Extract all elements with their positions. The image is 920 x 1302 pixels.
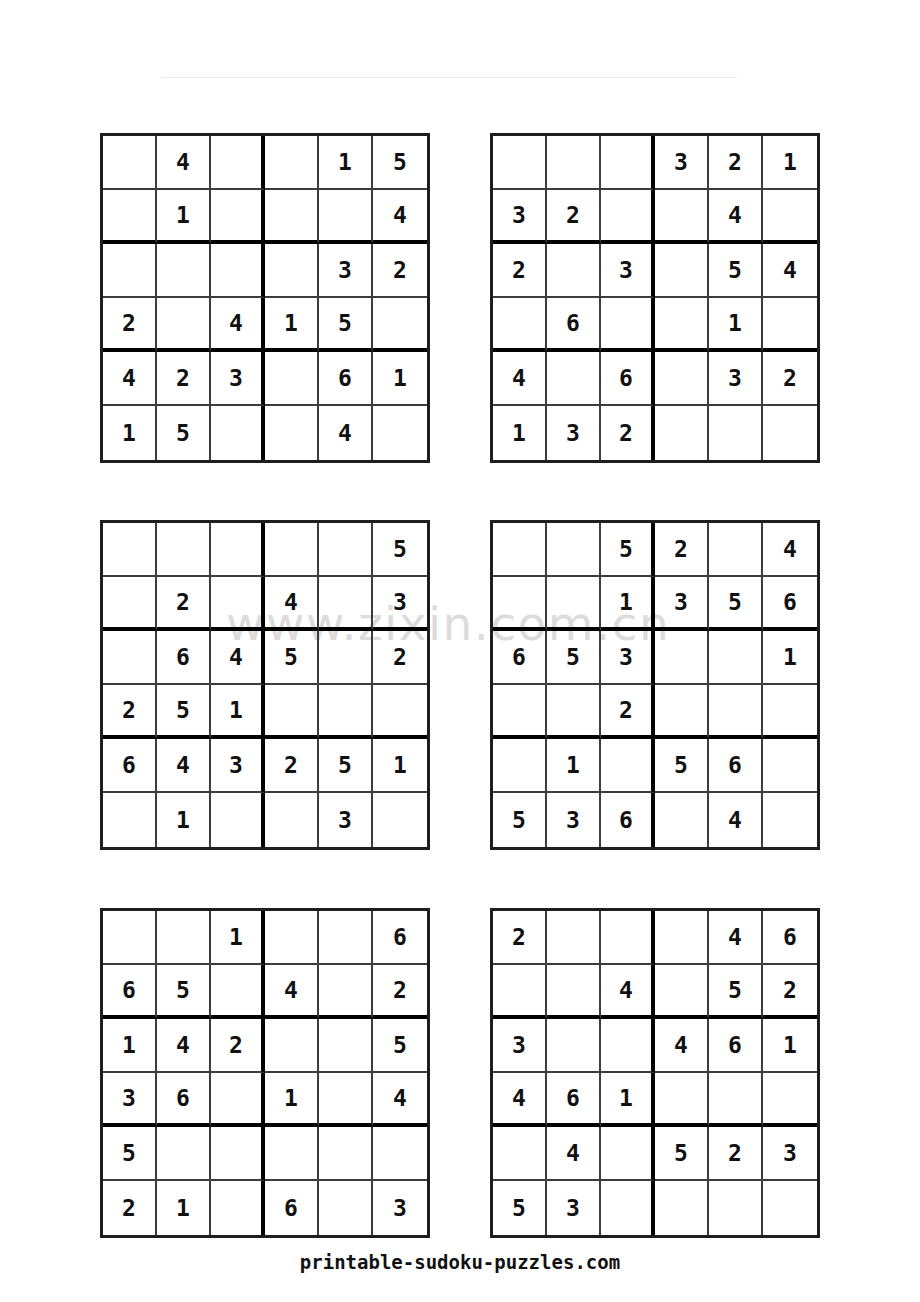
board4-cell-r5c2: 1	[547, 739, 601, 793]
board5-cell-r5c4	[265, 1127, 319, 1181]
board2-cell-r5c1: 4	[493, 352, 547, 406]
board5-cell-r3c6: 5	[373, 1019, 427, 1073]
board3-cell-r5c2: 4	[157, 739, 211, 793]
board2-cell-r2c1: 3	[493, 190, 547, 244]
board1-cell-r1c2: 4	[157, 136, 211, 190]
board4-cell-r4c3: 2	[601, 685, 655, 739]
board3-cell-r4c5	[319, 685, 373, 739]
board4-cell-r4c5	[709, 685, 763, 739]
board2-cell-r2c6	[763, 190, 817, 244]
board6-cell-r6c4	[655, 1181, 709, 1235]
board2-cell-r1c4: 3	[655, 136, 709, 190]
board4-cell-r6c1: 5	[493, 793, 547, 847]
board3-cell-r3c1	[103, 631, 157, 685]
sudoku-board-3: 5243645225164325113	[100, 520, 430, 850]
board4-cell-r1c5	[709, 523, 763, 577]
board6-cell-r6c6	[763, 1181, 817, 1235]
board3-cell-r5c1: 6	[103, 739, 157, 793]
board6-cell-r3c3	[601, 1019, 655, 1073]
board1-cell-r2c6: 4	[373, 190, 427, 244]
board5-cell-r6c2: 1	[157, 1181, 211, 1235]
board5-cell-r4c4: 1	[265, 1073, 319, 1127]
board5-cell-r5c6	[373, 1127, 427, 1181]
board4-cell-r2c5: 5	[709, 577, 763, 631]
board6-cell-r3c4: 4	[655, 1019, 709, 1073]
board5-cell-r2c5	[319, 965, 373, 1019]
board1-cell-r6c5: 4	[319, 406, 373, 460]
board2-cell-r6c3: 2	[601, 406, 655, 460]
board1-cell-r1c5: 1	[319, 136, 373, 190]
board4-cell-r3c2: 5	[547, 631, 601, 685]
board4-cell-r4c2	[547, 685, 601, 739]
board1-cell-r4c5: 5	[319, 298, 373, 352]
board2-cell-r5c6: 2	[763, 352, 817, 406]
board6-cell-r1c2	[547, 911, 601, 965]
board2-cell-r1c3	[601, 136, 655, 190]
board1-cell-r4c1: 2	[103, 298, 157, 352]
board5-cell-r4c3	[211, 1073, 265, 1127]
board1-cell-r6c6	[373, 406, 427, 460]
board3-cell-r1c1	[103, 523, 157, 577]
board3-cell-r3c3: 4	[211, 631, 265, 685]
board3-cell-r6c2: 1	[157, 793, 211, 847]
board6-cell-r6c3	[601, 1181, 655, 1235]
board2-cell-r4c4	[655, 298, 709, 352]
board5-cell-r2c4: 4	[265, 965, 319, 1019]
board6-cell-r1c5: 4	[709, 911, 763, 965]
board5-cell-r1c5	[319, 911, 373, 965]
board6-cell-r5c5: 2	[709, 1127, 763, 1181]
board6-cell-r4c1: 4	[493, 1073, 547, 1127]
board3-cell-r6c4	[265, 793, 319, 847]
board5-cell-r4c2: 6	[157, 1073, 211, 1127]
board5-cell-r5c2	[157, 1127, 211, 1181]
board1-cell-r4c3: 4	[211, 298, 265, 352]
board1-cell-r2c2: 1	[157, 190, 211, 244]
board2-cell-r3c5: 5	[709, 244, 763, 298]
board2-cell-r4c6	[763, 298, 817, 352]
board6-cell-r3c5: 6	[709, 1019, 763, 1073]
board3-cell-r2c3	[211, 577, 265, 631]
board1-cell-r3c2	[157, 244, 211, 298]
board6-cell-r1c4	[655, 911, 709, 965]
board2-cell-r6c2: 3	[547, 406, 601, 460]
board6-cell-r6c5	[709, 1181, 763, 1235]
board3-cell-r1c6: 5	[373, 523, 427, 577]
board5-cell-r6c5	[319, 1181, 373, 1235]
board1-cell-r3c6: 2	[373, 244, 427, 298]
board2-cell-r1c2	[547, 136, 601, 190]
board1-cell-r5c1: 4	[103, 352, 157, 406]
board1-cell-r1c3	[211, 136, 265, 190]
board5-cell-r4c5	[319, 1073, 373, 1127]
board5-cell-r1c4	[265, 911, 319, 965]
board3-cell-r1c3	[211, 523, 265, 577]
site-footer-text: printable-sudoku-puzzles.com	[0, 1251, 920, 1273]
board3-cell-r1c4	[265, 523, 319, 577]
board4-cell-r4c6	[763, 685, 817, 739]
board3-cell-r2c6: 3	[373, 577, 427, 631]
board2-cell-r3c3: 3	[601, 244, 655, 298]
board1-cell-r4c2	[157, 298, 211, 352]
board6-cell-r1c3	[601, 911, 655, 965]
board4-cell-r3c5	[709, 631, 763, 685]
board1-cell-r1c6: 5	[373, 136, 427, 190]
board4-cell-r1c4: 2	[655, 523, 709, 577]
board5-cell-r6c4: 6	[265, 1181, 319, 1235]
board6-cell-r1c6: 6	[763, 911, 817, 965]
board3-cell-r2c4: 4	[265, 577, 319, 631]
board5-cell-r4c1: 3	[103, 1073, 157, 1127]
board3-cell-r1c2	[157, 523, 211, 577]
board1-cell-r1c1	[103, 136, 157, 190]
board6-cell-r3c6: 1	[763, 1019, 817, 1073]
board6-cell-r5c4: 5	[655, 1127, 709, 1181]
board4-cell-r6c6	[763, 793, 817, 847]
board1-cell-r5c2: 2	[157, 352, 211, 406]
board5-cell-r3c1: 1	[103, 1019, 157, 1073]
board5-cell-r3c4	[265, 1019, 319, 1073]
board5-cell-r2c6: 2	[373, 965, 427, 1019]
board2-cell-r4c5: 1	[709, 298, 763, 352]
board3-cell-r6c5: 3	[319, 793, 373, 847]
board4-cell-r1c1	[493, 523, 547, 577]
board2-cell-r6c1: 1	[493, 406, 547, 460]
board4-cell-r3c6: 1	[763, 631, 817, 685]
board5-cell-r3c2: 4	[157, 1019, 211, 1073]
board6-cell-r2c2	[547, 965, 601, 1019]
board2-cell-r2c2: 2	[547, 190, 601, 244]
board5-cell-r1c1	[103, 911, 157, 965]
board2-cell-r3c4	[655, 244, 709, 298]
board3-cell-r5c3: 3	[211, 739, 265, 793]
board5-cell-r6c3	[211, 1181, 265, 1235]
board2-cell-r4c3	[601, 298, 655, 352]
board4-cell-r1c6: 4	[763, 523, 817, 577]
board5-cell-r3c5	[319, 1019, 373, 1073]
board5-cell-r5c1: 5	[103, 1127, 157, 1181]
board1-cell-r5c3: 3	[211, 352, 265, 406]
board6-cell-r4c3: 1	[601, 1073, 655, 1127]
board1-cell-r3c4	[265, 244, 319, 298]
board6-cell-r2c5: 5	[709, 965, 763, 1019]
board5-cell-r2c1: 6	[103, 965, 157, 1019]
board1-cell-r5c5: 6	[319, 352, 373, 406]
board1-cell-r6c3	[211, 406, 265, 460]
board1-cell-r6c1: 1	[103, 406, 157, 460]
board4-cell-r3c3: 3	[601, 631, 655, 685]
board6-cell-r2c3: 4	[601, 965, 655, 1019]
board1-cell-r6c2: 5	[157, 406, 211, 460]
board2-cell-r6c4	[655, 406, 709, 460]
board3-cell-r4c4	[265, 685, 319, 739]
board2-cell-r6c6	[763, 406, 817, 460]
board3-cell-r2c1	[103, 577, 157, 631]
board2-cell-r5c5: 3	[709, 352, 763, 406]
board4-cell-r5c3	[601, 739, 655, 793]
board5-cell-r6c6: 3	[373, 1181, 427, 1235]
board6-cell-r6c2: 3	[547, 1181, 601, 1235]
board4-cell-r2c1	[493, 577, 547, 631]
board4-cell-r3c1: 6	[493, 631, 547, 685]
board6-cell-r5c3	[601, 1127, 655, 1181]
sudoku-board-4: 5241356653121565364	[490, 520, 820, 850]
board2-cell-r2c4	[655, 190, 709, 244]
board4-cell-r2c2	[547, 577, 601, 631]
board6-cell-r2c1	[493, 965, 547, 1019]
board3-cell-r4c3: 1	[211, 685, 265, 739]
board1-cell-r4c6	[373, 298, 427, 352]
board1-cell-r2c5	[319, 190, 373, 244]
board3-cell-r4c1: 2	[103, 685, 157, 739]
board3-cell-r2c5	[319, 577, 373, 631]
board5-cell-r5c3	[211, 1127, 265, 1181]
board6-cell-r4c5	[709, 1073, 763, 1127]
board3-cell-r6c6	[373, 793, 427, 847]
board5-cell-r6c1: 2	[103, 1181, 157, 1235]
board3-cell-r2c2: 2	[157, 577, 211, 631]
board2-cell-r3c6: 4	[763, 244, 817, 298]
board2-cell-r5c4	[655, 352, 709, 406]
board6-cell-r5c2: 4	[547, 1127, 601, 1181]
board4-cell-r1c3: 5	[601, 523, 655, 577]
board2-cell-r4c1	[493, 298, 547, 352]
board1-cell-r3c5: 3	[319, 244, 373, 298]
board4-cell-r5c5: 6	[709, 739, 763, 793]
board6-cell-r3c2	[547, 1019, 601, 1073]
board6-cell-r4c4	[655, 1073, 709, 1127]
board4-cell-r6c5: 4	[709, 793, 763, 847]
board5-cell-r3c3: 2	[211, 1019, 265, 1073]
board6-cell-r2c4	[655, 965, 709, 1019]
board1-cell-r5c6: 1	[373, 352, 427, 406]
board4-cell-r3c4	[655, 631, 709, 685]
board1-cell-r2c1	[103, 190, 157, 244]
board5-cell-r2c2: 5	[157, 965, 211, 1019]
board4-cell-r6c2: 3	[547, 793, 601, 847]
board5-cell-r1c2	[157, 911, 211, 965]
sudoku-board-1: 4151432241542361154	[100, 133, 430, 463]
board2-cell-r5c3: 6	[601, 352, 655, 406]
sudoku-board-5: 1665421425361452163	[100, 908, 430, 1238]
board6-cell-r4c6	[763, 1073, 817, 1127]
board3-cell-r3c5	[319, 631, 373, 685]
board1-cell-r3c3	[211, 244, 265, 298]
board3-cell-r3c6: 2	[373, 631, 427, 685]
board4-cell-r4c4	[655, 685, 709, 739]
board2-cell-r1c6: 1	[763, 136, 817, 190]
board6-cell-r1c1: 2	[493, 911, 547, 965]
board6-cell-r6c1: 5	[493, 1181, 547, 1235]
board6-cell-r2c6: 2	[763, 965, 817, 1019]
board5-cell-r1c3: 1	[211, 911, 265, 965]
board2-cell-r3c1: 2	[493, 244, 547, 298]
board4-cell-r5c1	[493, 739, 547, 793]
board3-cell-r4c2: 5	[157, 685, 211, 739]
board2-cell-r3c2	[547, 244, 601, 298]
board4-cell-r6c4	[655, 793, 709, 847]
board2-cell-r2c3	[601, 190, 655, 244]
board4-cell-r4c1	[493, 685, 547, 739]
board1-cell-r5c4	[265, 352, 319, 406]
board2-cell-r5c2	[547, 352, 601, 406]
sudoku-board-6: 2464523461461452353	[490, 908, 820, 1238]
board4-cell-r2c6: 6	[763, 577, 817, 631]
board2-cell-r2c5: 4	[709, 190, 763, 244]
board2-cell-r6c5	[709, 406, 763, 460]
board5-cell-r2c3	[211, 965, 265, 1019]
board5-cell-r4c6: 4	[373, 1073, 427, 1127]
board2-cell-r1c5: 2	[709, 136, 763, 190]
board1-cell-r1c4	[265, 136, 319, 190]
board6-cell-r5c1	[493, 1127, 547, 1181]
board3-cell-r4c6	[373, 685, 427, 739]
board3-cell-r3c2: 6	[157, 631, 211, 685]
board3-cell-r6c3	[211, 793, 265, 847]
board6-cell-r3c1: 3	[493, 1019, 547, 1073]
board4-cell-r5c4: 5	[655, 739, 709, 793]
board3-cell-r1c5	[319, 523, 373, 577]
board4-cell-r2c3: 1	[601, 577, 655, 631]
board3-cell-r3c4: 5	[265, 631, 319, 685]
board4-cell-r1c2	[547, 523, 601, 577]
board6-cell-r5c6: 3	[763, 1127, 817, 1181]
board3-cell-r5c4: 2	[265, 739, 319, 793]
faint-top-rule	[161, 77, 737, 78]
board1-cell-r2c4	[265, 190, 319, 244]
board1-cell-r3c1	[103, 244, 157, 298]
board2-cell-r1c1	[493, 136, 547, 190]
board2-cell-r4c2: 6	[547, 298, 601, 352]
board4-cell-r6c3: 6	[601, 793, 655, 847]
board3-cell-r5c6: 1	[373, 739, 427, 793]
board1-cell-r4c4: 1	[265, 298, 319, 352]
board3-cell-r5c5: 5	[319, 739, 373, 793]
board6-cell-r4c2: 6	[547, 1073, 601, 1127]
board3-cell-r6c1	[103, 793, 157, 847]
sudoku-board-2: 3213242354614632132	[490, 133, 820, 463]
printable-sudoku-sheet: { "game": "sudoku (six 6x6 puzzles, boxe…	[0, 0, 920, 1302]
board1-cell-r2c3	[211, 190, 265, 244]
board1-cell-r6c4	[265, 406, 319, 460]
board5-cell-r5c5	[319, 1127, 373, 1181]
board5-cell-r1c6: 6	[373, 911, 427, 965]
board4-cell-r5c6	[763, 739, 817, 793]
board4-cell-r2c4: 3	[655, 577, 709, 631]
